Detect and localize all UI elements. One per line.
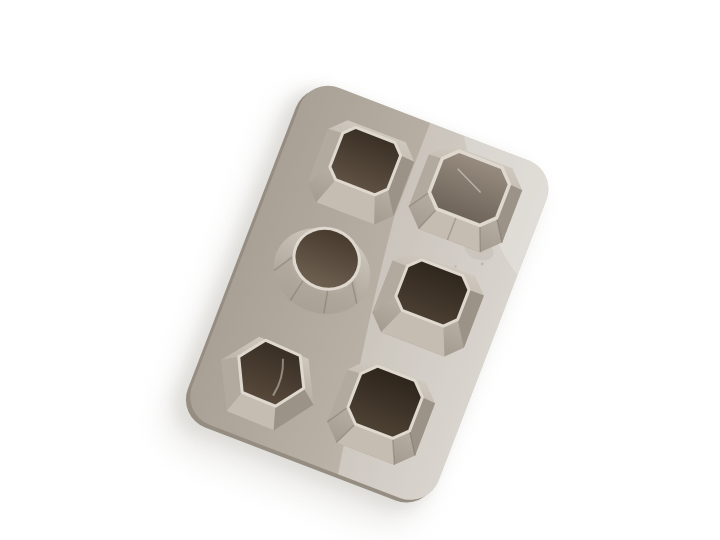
product-photo: gem-shaped silicone ice cube tray — [0, 0, 720, 540]
ice-cube-tray-photo: gem-shaped silicone ice cube tray — [0, 0, 720, 540]
